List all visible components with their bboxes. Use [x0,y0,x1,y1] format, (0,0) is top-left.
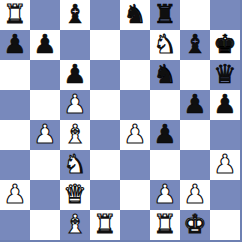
piece-black-bishop[interactable]: ♝︎ [183,30,206,59]
square-g3[interactable] [180,150,210,180]
square-g2[interactable]: ♟︎ [180,180,210,210]
square-e4[interactable]: ♟︎ [120,120,150,150]
piece-white-pawn[interactable]: ♟︎ [63,90,86,119]
square-c7[interactable] [60,30,90,60]
square-a5[interactable] [0,90,30,120]
piece-black-pawn[interactable]: ♟︎ [3,30,26,59]
square-f1[interactable]: ♜︎ [150,210,180,240]
piece-white-rook[interactable]: ♜︎ [93,210,116,239]
square-e1[interactable] [120,210,150,240]
square-f4[interactable]: ♟︎ [150,120,180,150]
square-c2[interactable]: ♛︎ [60,180,90,210]
square-g4[interactable] [180,120,210,150]
square-f8[interactable]: ♜︎ [150,0,180,30]
square-e2[interactable] [120,180,150,210]
square-d7[interactable] [90,30,120,60]
square-g6[interactable] [180,60,210,90]
square-h1[interactable] [210,210,240,240]
chessboard: ♜︎♝︎♞︎♜︎♟︎♟︎♞︎♝︎♚︎♟︎♞︎♛︎♟︎♟︎♟︎♟︎♝︎♟︎♟︎♞︎… [0,0,242,242]
piece-black-bishop[interactable]: ♝︎ [63,0,86,29]
square-b3[interactable] [30,150,60,180]
square-e8[interactable]: ♞︎ [120,0,150,30]
piece-black-pawn[interactable]: ♟︎ [183,90,206,119]
piece-white-bishop[interactable]: ♝︎ [63,120,86,149]
piece-black-queen[interactable]: ♛︎ [213,60,236,89]
square-b7[interactable]: ♟︎ [30,30,60,60]
square-b1[interactable] [30,210,60,240]
square-d6[interactable] [90,60,120,90]
piece-white-king[interactable]: ♚︎ [183,210,206,239]
piece-white-rook[interactable]: ♜︎ [153,210,176,239]
square-e6[interactable] [120,60,150,90]
square-c4[interactable]: ♝︎ [60,120,90,150]
piece-white-pawn[interactable]: ♟︎ [153,180,176,209]
square-d5[interactable] [90,90,120,120]
square-b4[interactable]: ♟︎ [30,120,60,150]
square-g5[interactable]: ♟︎ [180,90,210,120]
square-f3[interactable] [150,150,180,180]
square-b5[interactable] [30,90,60,120]
square-g8[interactable] [180,0,210,30]
piece-white-queen[interactable]: ♛︎ [63,180,86,209]
square-b8[interactable] [30,0,60,30]
square-e3[interactable] [120,150,150,180]
square-d1[interactable]: ♜︎ [90,210,120,240]
piece-black-rook[interactable]: ♜︎ [153,0,176,29]
piece-white-pawn[interactable]: ♟︎ [3,180,26,209]
square-a7[interactable]: ♟︎ [0,30,30,60]
square-c3[interactable]: ♞︎ [60,150,90,180]
square-h3[interactable]: ♟︎ [210,150,240,180]
piece-white-pawn[interactable]: ♟︎ [33,120,56,149]
square-c1[interactable]: ♝︎ [60,210,90,240]
square-f7[interactable]: ♞︎ [150,30,180,60]
piece-white-knight[interactable]: ♞︎ [153,30,176,59]
square-b2[interactable] [30,180,60,210]
square-g7[interactable]: ♝︎ [180,30,210,60]
piece-white-pawn[interactable]: ♟︎ [213,150,236,179]
square-f5[interactable] [150,90,180,120]
square-c8[interactable]: ♝︎ [60,0,90,30]
square-a6[interactable] [0,60,30,90]
square-f6[interactable]: ♞︎ [150,60,180,90]
square-h7[interactable]: ♚︎ [210,30,240,60]
square-h4[interactable] [210,120,240,150]
piece-white-pawn[interactable]: ♟︎ [183,180,206,209]
square-d2[interactable] [90,180,120,210]
square-c5[interactable]: ♟︎ [60,90,90,120]
piece-black-knight[interactable]: ♞︎ [153,60,176,89]
piece-black-pawn[interactable]: ♟︎ [153,120,176,149]
piece-black-knight[interactable]: ♞︎ [123,0,146,29]
piece-white-rook[interactable]: ♜︎ [3,0,26,29]
chess-board-grid: ♜︎♝︎♞︎♜︎♟︎♟︎♞︎♝︎♚︎♟︎♞︎♛︎♟︎♟︎♟︎♟︎♝︎♟︎♟︎♞︎… [0,0,240,240]
square-b6[interactable] [30,60,60,90]
square-h2[interactable] [210,180,240,210]
square-a3[interactable] [0,150,30,180]
square-e7[interactable] [120,30,150,60]
square-h6[interactable]: ♛︎ [210,60,240,90]
square-d4[interactable] [90,120,120,150]
square-d3[interactable] [90,150,120,180]
square-f2[interactable]: ♟︎ [150,180,180,210]
square-a8[interactable]: ♜︎ [0,0,30,30]
square-d8[interactable] [90,0,120,30]
square-a2[interactable]: ♟︎ [0,180,30,210]
square-c6[interactable]: ♟︎ [60,60,90,90]
piece-black-pawn[interactable]: ♟︎ [63,60,86,89]
piece-black-pawn[interactable]: ♟︎ [213,90,236,119]
square-h5[interactable]: ♟︎ [210,90,240,120]
square-a1[interactable] [0,210,30,240]
square-h8[interactable] [210,0,240,30]
piece-white-bishop[interactable]: ♝︎ [63,210,86,239]
square-a4[interactable] [0,120,30,150]
piece-white-pawn[interactable]: ♟︎ [123,120,146,149]
square-g1[interactable]: ♚︎ [180,210,210,240]
piece-black-king[interactable]: ♚︎ [213,30,236,59]
piece-white-knight[interactable]: ♞︎ [63,150,86,179]
square-e5[interactable] [120,90,150,120]
piece-black-pawn[interactable]: ♟︎ [33,30,56,59]
